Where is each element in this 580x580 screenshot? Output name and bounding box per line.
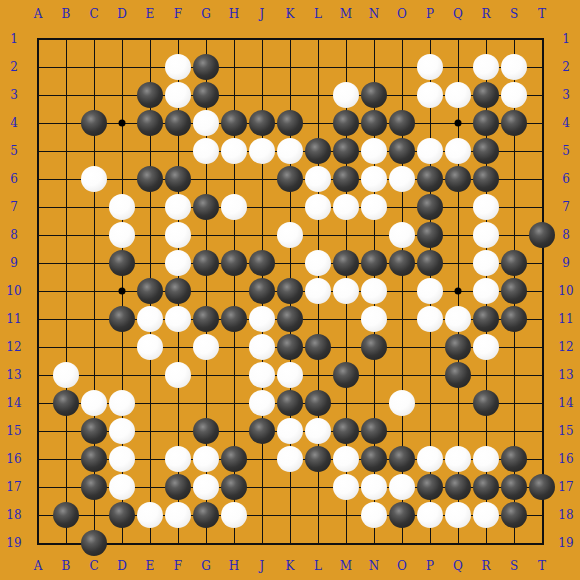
white-stone[interactable]	[81, 166, 107, 192]
white-stone[interactable]	[417, 446, 443, 472]
black-stone[interactable]	[165, 166, 191, 192]
row-label-right: 14	[558, 396, 573, 410]
column-label-top: S	[510, 7, 518, 21]
white-stone[interactable]	[165, 446, 191, 472]
black-stone[interactable]	[305, 334, 331, 360]
column-label-bottom: P	[426, 559, 434, 573]
column-label-top: F	[174, 7, 182, 21]
black-stone[interactable]	[249, 278, 275, 304]
white-stone[interactable]	[277, 446, 303, 472]
row-label-left: 10	[6, 284, 21, 298]
black-stone[interactable]	[277, 334, 303, 360]
row-label-right: 2	[562, 60, 570, 74]
black-stone[interactable]	[53, 390, 79, 416]
black-stone[interactable]	[81, 418, 107, 444]
row-label-right: 8	[562, 228, 570, 242]
row-label-left: 8	[10, 228, 18, 242]
white-stone[interactable]	[417, 138, 443, 164]
white-stone[interactable]	[473, 278, 499, 304]
black-stone[interactable]	[221, 474, 247, 500]
row-label-left: 4	[10, 116, 18, 130]
white-stone[interactable]	[445, 82, 471, 108]
go-game-screen: AABBCCDDEEFFGGHHJJKKLLMMNNOOPPQQRRSSTT11…	[0, 0, 580, 580]
black-stone[interactable]	[389, 138, 415, 164]
white-stone[interactable]	[445, 502, 471, 528]
column-label-bottom: S	[510, 559, 518, 573]
white-stone[interactable]	[417, 82, 443, 108]
white-stone[interactable]	[473, 222, 499, 248]
white-stone[interactable]	[165, 362, 191, 388]
black-stone[interactable]	[277, 306, 303, 332]
white-stone[interactable]	[389, 390, 415, 416]
black-stone[interactable]	[333, 110, 359, 136]
star-point	[455, 288, 462, 295]
row-label-right: 9	[562, 256, 570, 270]
column-label-top: D	[117, 7, 127, 21]
column-label-bottom: T	[538, 559, 546, 573]
column-label-top: N	[369, 7, 380, 21]
column-label-top: C	[89, 7, 98, 21]
row-label-right: 4	[562, 116, 570, 130]
black-stone[interactable]	[165, 110, 191, 136]
white-stone[interactable]	[165, 194, 191, 220]
column-label-bottom: R	[481, 559, 490, 573]
row-label-right: 18	[558, 508, 573, 522]
black-stone[interactable]	[473, 166, 499, 192]
white-stone[interactable]	[277, 418, 303, 444]
white-stone[interactable]	[333, 194, 359, 220]
column-label-top: G	[201, 7, 211, 21]
column-label-top: P	[426, 7, 434, 21]
column-label-bottom: L	[314, 559, 322, 573]
column-label-top: O	[397, 7, 407, 21]
white-stone[interactable]	[277, 138, 303, 164]
row-label-right: 1	[562, 32, 570, 46]
black-stone[interactable]	[333, 362, 359, 388]
black-stone[interactable]	[305, 138, 331, 164]
black-stone[interactable]	[389, 446, 415, 472]
column-label-bottom: J	[260, 559, 265, 573]
row-label-right: 17	[558, 480, 573, 494]
row-label-right: 15	[558, 424, 573, 438]
white-stone[interactable]	[109, 194, 135, 220]
column-label-bottom: N	[369, 559, 380, 573]
row-label-left: 18	[6, 508, 21, 522]
row-label-left: 14	[6, 396, 21, 410]
black-stone[interactable]	[445, 166, 471, 192]
white-stone[interactable]	[221, 502, 247, 528]
row-label-left: 5	[10, 144, 18, 158]
black-stone[interactable]	[81, 110, 107, 136]
white-stone[interactable]	[193, 446, 219, 472]
black-stone[interactable]	[137, 278, 163, 304]
white-stone[interactable]	[445, 138, 471, 164]
black-stone[interactable]	[333, 418, 359, 444]
column-label-bottom: B	[62, 559, 71, 573]
white-stone[interactable]	[361, 138, 387, 164]
black-stone[interactable]	[53, 502, 79, 528]
white-stone[interactable]	[389, 166, 415, 192]
white-stone[interactable]	[277, 222, 303, 248]
black-stone[interactable]	[221, 306, 247, 332]
white-stone[interactable]	[193, 138, 219, 164]
row-label-left: 9	[10, 256, 18, 270]
row-label-right: 11	[558, 312, 573, 326]
star-point	[119, 288, 126, 295]
black-stone[interactable]	[501, 306, 527, 332]
black-stone[interactable]	[81, 446, 107, 472]
black-stone[interactable]	[137, 166, 163, 192]
row-label-right: 5	[562, 144, 570, 158]
column-label-bottom: Q	[453, 559, 463, 573]
white-stone[interactable]	[249, 138, 275, 164]
white-stone[interactable]	[361, 194, 387, 220]
column-label-bottom: O	[397, 559, 407, 573]
column-label-top: R	[481, 7, 490, 21]
white-stone[interactable]	[165, 54, 191, 80]
white-stone[interactable]	[221, 194, 247, 220]
row-label-left: 2	[10, 60, 18, 74]
black-stone[interactable]	[193, 82, 219, 108]
white-stone[interactable]	[445, 446, 471, 472]
black-stone[interactable]	[501, 502, 527, 528]
white-stone[interactable]	[53, 362, 79, 388]
black-stone[interactable]	[193, 502, 219, 528]
white-stone[interactable]	[137, 306, 163, 332]
white-stone[interactable]	[361, 166, 387, 192]
column-label-bottom: E	[146, 559, 155, 573]
black-stone[interactable]	[361, 82, 387, 108]
white-stone[interactable]	[333, 278, 359, 304]
go-board[interactable]: AABBCCDDEEFFGGHHJJKKLLMMNNOOPPQQRRSSTT11…	[0, 0, 580, 580]
column-label-top: Q	[453, 7, 463, 21]
white-stone[interactable]	[305, 194, 331, 220]
black-stone[interactable]	[501, 474, 527, 500]
white-stone[interactable]	[165, 306, 191, 332]
black-stone[interactable]	[417, 194, 443, 220]
row-label-right: 3	[562, 88, 570, 102]
white-stone[interactable]	[473, 446, 499, 472]
black-stone[interactable]	[361, 334, 387, 360]
white-stone[interactable]	[473, 334, 499, 360]
black-stone[interactable]	[81, 474, 107, 500]
black-stone[interactable]	[501, 250, 527, 276]
white-stone[interactable]	[305, 278, 331, 304]
row-label-right: 6	[562, 172, 570, 186]
black-stone[interactable]	[389, 250, 415, 276]
white-stone[interactable]	[277, 362, 303, 388]
black-stone[interactable]	[361, 250, 387, 276]
white-stone[interactable]	[81, 390, 107, 416]
white-stone[interactable]	[305, 166, 331, 192]
black-stone[interactable]	[501, 278, 527, 304]
white-stone[interactable]	[389, 474, 415, 500]
white-stone[interactable]	[165, 82, 191, 108]
black-stone[interactable]	[333, 138, 359, 164]
black-stone[interactable]	[445, 474, 471, 500]
white-stone[interactable]	[473, 250, 499, 276]
column-label-bottom: G	[201, 559, 211, 573]
black-stone[interactable]	[473, 390, 499, 416]
white-stone[interactable]	[109, 418, 135, 444]
white-stone[interactable]	[165, 250, 191, 276]
row-label-right: 16	[558, 452, 573, 466]
star-point	[119, 120, 126, 127]
white-stone[interactable]	[193, 474, 219, 500]
row-label-left: 15	[6, 424, 21, 438]
black-stone[interactable]	[445, 334, 471, 360]
white-stone[interactable]	[389, 222, 415, 248]
black-stone[interactable]	[221, 110, 247, 136]
black-stone[interactable]	[333, 250, 359, 276]
black-stone[interactable]	[109, 250, 135, 276]
white-stone[interactable]	[109, 446, 135, 472]
black-stone[interactable]	[473, 82, 499, 108]
black-stone[interactable]	[305, 446, 331, 472]
white-stone[interactable]	[193, 110, 219, 136]
column-label-top: K	[286, 7, 295, 21]
black-stone[interactable]	[473, 474, 499, 500]
column-label-top: B	[62, 7, 71, 21]
white-stone[interactable]	[361, 502, 387, 528]
column-label-bottom: D	[117, 559, 127, 573]
black-stone[interactable]	[389, 110, 415, 136]
column-label-bottom: M	[340, 559, 352, 573]
white-stone[interactable]	[501, 54, 527, 80]
row-label-left: 13	[6, 368, 21, 382]
black-stone[interactable]	[501, 446, 527, 472]
black-stone[interactable]	[333, 166, 359, 192]
black-stone[interactable]	[473, 306, 499, 332]
black-stone[interactable]	[417, 222, 443, 248]
row-label-left: 17	[6, 480, 21, 494]
white-stone[interactable]	[473, 54, 499, 80]
black-stone[interactable]	[137, 110, 163, 136]
black-stone[interactable]	[109, 306, 135, 332]
black-stone[interactable]	[473, 110, 499, 136]
white-stone[interactable]	[417, 54, 443, 80]
column-label-bottom: F	[174, 559, 182, 573]
column-label-bottom: H	[229, 559, 239, 573]
black-stone[interactable]	[137, 82, 163, 108]
white-stone[interactable]	[193, 334, 219, 360]
black-stone[interactable]	[529, 222, 555, 248]
row-label-left: 19	[6, 536, 21, 550]
black-stone[interactable]	[165, 278, 191, 304]
white-stone[interactable]	[305, 250, 331, 276]
row-label-left: 7	[10, 200, 18, 214]
black-stone[interactable]	[193, 306, 219, 332]
row-label-left: 6	[10, 172, 18, 186]
column-label-bottom: K	[286, 559, 295, 573]
black-stone[interactable]	[361, 110, 387, 136]
black-stone[interactable]	[529, 474, 555, 500]
white-stone[interactable]	[333, 82, 359, 108]
row-label-left: 1	[10, 32, 18, 46]
black-stone[interactable]	[305, 390, 331, 416]
white-stone[interactable]	[361, 474, 387, 500]
column-label-top: L	[314, 7, 322, 21]
black-stone[interactable]	[249, 110, 275, 136]
column-label-bottom: A	[34, 559, 43, 573]
white-stone[interactable]	[417, 502, 443, 528]
white-stone[interactable]	[249, 306, 275, 332]
white-stone[interactable]	[109, 390, 135, 416]
black-stone[interactable]	[501, 110, 527, 136]
black-stone[interactable]	[473, 138, 499, 164]
white-stone[interactable]	[305, 418, 331, 444]
row-label-right: 19	[558, 536, 573, 550]
black-stone[interactable]	[277, 110, 303, 136]
black-stone[interactable]	[361, 446, 387, 472]
black-stone[interactable]	[389, 502, 415, 528]
column-label-top: J	[260, 7, 265, 21]
column-label-top: A	[34, 7, 43, 21]
black-stone[interactable]	[193, 250, 219, 276]
white-stone[interactable]	[109, 474, 135, 500]
white-stone[interactable]	[249, 334, 275, 360]
row-label-left: 16	[6, 452, 21, 466]
black-stone[interactable]	[221, 250, 247, 276]
black-stone[interactable]	[221, 446, 247, 472]
black-stone[interactable]	[81, 530, 107, 556]
white-stone[interactable]	[473, 502, 499, 528]
column-label-bottom: C	[89, 559, 98, 573]
black-stone[interactable]	[417, 474, 443, 500]
black-stone[interactable]	[277, 390, 303, 416]
white-stone[interactable]	[109, 222, 135, 248]
black-stone[interactable]	[417, 166, 443, 192]
row-label-right: 7	[562, 200, 570, 214]
column-label-top: T	[538, 7, 546, 21]
white-stone[interactable]	[249, 390, 275, 416]
black-stone[interactable]	[417, 250, 443, 276]
column-label-top: E	[146, 7, 155, 21]
black-stone[interactable]	[277, 166, 303, 192]
white-stone[interactable]	[249, 362, 275, 388]
row-label-right: 13	[558, 368, 573, 382]
black-stone[interactable]	[109, 502, 135, 528]
black-stone[interactable]	[193, 418, 219, 444]
white-stone[interactable]	[333, 446, 359, 472]
column-label-top: M	[340, 7, 352, 21]
star-point	[455, 120, 462, 127]
black-stone[interactable]	[193, 194, 219, 220]
row-label-right: 10	[558, 284, 573, 298]
white-stone[interactable]	[361, 278, 387, 304]
black-stone[interactable]	[361, 418, 387, 444]
white-stone[interactable]	[417, 278, 443, 304]
row-label-left: 11	[6, 312, 21, 326]
white-stone[interactable]	[361, 306, 387, 332]
white-stone[interactable]	[165, 502, 191, 528]
white-stone[interactable]	[417, 306, 443, 332]
row-label-left: 12	[6, 340, 21, 354]
white-stone[interactable]	[473, 194, 499, 220]
black-stone[interactable]	[445, 362, 471, 388]
column-label-top: H	[229, 7, 239, 21]
white-stone[interactable]	[137, 334, 163, 360]
white-stone[interactable]	[501, 82, 527, 108]
black-stone[interactable]	[249, 418, 275, 444]
white-stone[interactable]	[333, 474, 359, 500]
white-stone[interactable]	[221, 138, 247, 164]
white-stone[interactable]	[445, 306, 471, 332]
black-stone[interactable]	[277, 278, 303, 304]
white-stone[interactable]	[137, 502, 163, 528]
row-label-right: 12	[558, 340, 573, 354]
black-stone[interactable]	[193, 54, 219, 80]
black-stone[interactable]	[249, 250, 275, 276]
black-stone[interactable]	[165, 474, 191, 500]
white-stone[interactable]	[165, 222, 191, 248]
row-label-left: 3	[10, 88, 18, 102]
